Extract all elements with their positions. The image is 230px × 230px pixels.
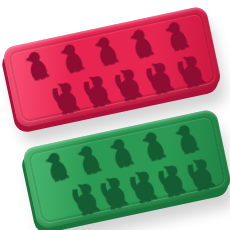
penguin-waving-cavity-icon: [142, 59, 174, 96]
product-photo-penguin-ice-trays: [0, 0, 230, 230]
penguin-standing-cavity-icon: [173, 122, 200, 155]
penguin-waving-cavity-icon: [68, 180, 100, 217]
penguin-standing-cavity-icon: [43, 150, 70, 183]
cavity-grid: [37, 119, 218, 222]
penguin-waving-cavity-icon: [79, 73, 111, 110]
red-penguin-mold-tray: [2, 5, 223, 128]
penguin-standing-cavity-icon: [93, 34, 120, 67]
penguin-standing-cavity-icon: [75, 143, 102, 176]
penguin-waving-cavity-icon: [111, 66, 143, 103]
penguin-waving-cavity-icon: [173, 53, 205, 90]
penguin-standing-cavity-icon: [140, 129, 167, 162]
penguin-standing-cavity-icon: [163, 19, 190, 52]
penguin-waving-cavity-icon: [183, 156, 215, 193]
penguin-standing-cavity-icon: [58, 41, 85, 74]
penguin-waving-cavity-icon: [126, 168, 158, 205]
penguin-waving-cavity-icon: [154, 162, 186, 199]
penguin-standing-cavity-icon: [23, 49, 50, 82]
penguin-standing-cavity-icon: [128, 26, 155, 59]
penguin-waving-cavity-icon: [48, 79, 80, 116]
penguin-waving-cavity-icon: [97, 174, 129, 211]
penguin-standing-cavity-icon: [108, 136, 135, 169]
